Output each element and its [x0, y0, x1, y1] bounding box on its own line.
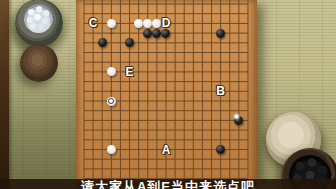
point-label-C[interactable]: C	[89, 17, 98, 29]
white-stone-bowl	[15, 0, 63, 47]
caption-text: 请大家从A到E当中来选点吧	[0, 180, 336, 189]
black-stone	[98, 38, 107, 47]
floor-edge-strip	[0, 0, 9, 189]
point-label-A[interactable]: A	[162, 143, 171, 155]
black-stone	[216, 29, 225, 38]
white-stone	[107, 97, 116, 106]
white-stones-heap	[24, 4, 53, 33]
white-stone	[107, 19, 116, 28]
white-stone	[134, 19, 143, 28]
last-move-sparkle	[235, 115, 238, 118]
bowl-lid-left	[20, 44, 58, 82]
caption-band: 请大家从A到E当中来选点吧	[0, 179, 336, 189]
black-stone	[152, 29, 161, 38]
circle-marker	[108, 98, 114, 104]
point-label-B[interactable]: B	[216, 85, 225, 97]
white-stone	[107, 145, 116, 154]
video-frame: ABCDE 请大家从A到E当中来选点吧	[0, 0, 336, 189]
black-stone	[143, 29, 152, 38]
point-label-D[interactable]: D	[162, 17, 171, 29]
point-label-E[interactable]: E	[126, 65, 134, 77]
